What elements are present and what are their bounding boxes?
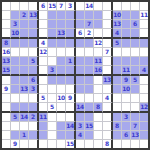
- cell-r3c10[interactable]: [94, 29, 103, 39]
- cell-r2c13[interactable]: [122, 20, 131, 29]
- cell-r6c11[interactable]: [103, 57, 113, 66]
- cell-r15c4[interactable]: [39, 140, 48, 148]
- cell-r6c4[interactable]: [39, 57, 48, 66]
- cell-r4c0[interactable]: 8: [2, 39, 11, 48]
- cell-r5c14[interactable]: [131, 48, 140, 57]
- cell-r4c14[interactable]: [131, 39, 140, 48]
- cell-r0c1[interactable]: [11, 2, 20, 11]
- cell-r13c3[interactable]: [29, 122, 39, 131]
- cell-r3c11[interactable]: [103, 29, 113, 39]
- cell-r7c9[interactable]: [85, 66, 94, 76]
- cell-r9c4[interactable]: [39, 85, 48, 94]
- cell-r0c13[interactable]: [122, 2, 131, 11]
- cell-r10c8[interactable]: [76, 94, 85, 103]
- cell-r6c9[interactable]: [85, 57, 94, 66]
- cell-r11c5[interactable]: 5: [48, 103, 57, 113]
- cell-r3c8[interactable]: 6: [76, 29, 85, 39]
- cell-r3c0[interactable]: [2, 29, 11, 39]
- cell-r14c5[interactable]: [48, 131, 57, 140]
- cell-r2c7[interactable]: [66, 20, 76, 29]
- cell-r9c1[interactable]: [11, 85, 20, 94]
- cell-r6c14[interactable]: [131, 57, 140, 66]
- cell-r9c9[interactable]: [85, 85, 94, 94]
- cell-r11c2[interactable]: [20, 103, 29, 113]
- cell-r0c10[interactable]: [94, 2, 103, 11]
- cell-r10c2[interactable]: [20, 94, 29, 103]
- cell-r7c5[interactable]: 3: [48, 66, 57, 76]
- cell-r12c7[interactable]: [66, 113, 76, 122]
- cell-r0c12[interactable]: [113, 2, 122, 11]
- cell-r2c11[interactable]: [103, 20, 113, 29]
- cell-r9c14[interactable]: [131, 85, 140, 94]
- cell-r9c7[interactable]: [66, 85, 76, 94]
- cell-r1c7[interactable]: [66, 11, 76, 20]
- cell-r2c12[interactable]: 13: [113, 20, 122, 29]
- cell-r15c14[interactable]: [131, 140, 140, 148]
- cell-r13c12[interactable]: 8: [113, 122, 122, 131]
- cell-r5c8[interactable]: [76, 48, 85, 57]
- cell-r8c6[interactable]: [57, 76, 66, 85]
- cell-r2c14[interactable]: 6: [131, 20, 140, 29]
- cell-r5c12[interactable]: [113, 48, 122, 57]
- cell-r4c9[interactable]: [85, 39, 94, 48]
- cell-r0c2[interactable]: [20, 2, 29, 11]
- cell-r11c0[interactable]: [2, 103, 11, 113]
- cell-r2c0[interactable]: [2, 20, 11, 29]
- cell-r4c6[interactable]: [57, 39, 66, 48]
- cell-r10c6[interactable]: 10: [57, 94, 66, 103]
- cell-r10c15[interactable]: [140, 94, 148, 103]
- cell-r9c0[interactable]: 9: [2, 85, 11, 94]
- cell-r11c8[interactable]: 14: [76, 103, 85, 113]
- cell-r10c12[interactable]: [113, 94, 122, 103]
- cell-r8c12[interactable]: [113, 76, 122, 85]
- cell-r15c10[interactable]: [94, 140, 103, 148]
- board-row-13: 1431587: [2, 122, 148, 131]
- cell-r11c12[interactable]: [113, 103, 122, 113]
- cell-r15c0[interactable]: [2, 140, 11, 148]
- cell-r6c3[interactable]: 5: [29, 57, 39, 66]
- cell-r15c5[interactable]: [48, 140, 57, 148]
- cell-r7c0[interactable]: 15: [2, 66, 11, 76]
- cell-r14c0[interactable]: [2, 131, 11, 140]
- cell-r9c6[interactable]: [57, 85, 66, 94]
- cell-r7c4[interactable]: [39, 66, 48, 76]
- cell-r8c14[interactable]: 5: [131, 76, 140, 85]
- cell-r7c6[interactable]: [57, 66, 66, 76]
- cell-r1c8[interactable]: [76, 11, 85, 20]
- cell-r6c5[interactable]: [48, 57, 57, 66]
- cell-r7c15[interactable]: 4: [140, 66, 148, 76]
- cell-r13c9[interactable]: 15: [85, 122, 94, 131]
- cell-r6c15[interactable]: [140, 57, 148, 66]
- cell-r7c3[interactable]: [29, 66, 39, 76]
- cell-r8c3[interactable]: 6: [29, 76, 39, 85]
- cell-r14c14[interactable]: 13: [131, 131, 140, 140]
- board-row-10: 51094: [2, 94, 148, 103]
- cell-r15c6[interactable]: [57, 140, 66, 148]
- cell-r15c1[interactable]: 9: [11, 140, 20, 148]
- cell-r4c3[interactable]: [29, 39, 39, 48]
- cell-r6c1[interactable]: [11, 57, 20, 66]
- board-row-5: 16127: [2, 48, 148, 57]
- cell-r14c6[interactable]: [57, 131, 66, 140]
- cell-r5c13[interactable]: [122, 48, 131, 57]
- cell-r12c3[interactable]: 2: [29, 113, 39, 122]
- cell-r10c14[interactable]: [131, 94, 140, 103]
- cell-r13c1[interactable]: [11, 122, 20, 131]
- cell-r12c6[interactable]: [57, 113, 66, 122]
- cell-r11c3[interactable]: [29, 103, 39, 113]
- cell-r4c7[interactable]: [66, 39, 76, 48]
- cell-r1c2[interactable]: 2: [20, 11, 29, 20]
- board-row-11: 514812: [2, 103, 148, 113]
- cell-r2c3[interactable]: [29, 20, 39, 29]
- cell-r3c15[interactable]: [140, 29, 148, 39]
- cell-r10c10[interactable]: [94, 94, 103, 103]
- cell-r15c8[interactable]: [76, 140, 85, 148]
- cell-r7c12[interactable]: [113, 66, 122, 76]
- cell-r4c10[interactable]: 12: [94, 39, 103, 48]
- cell-r1c13[interactable]: [122, 11, 131, 20]
- cell-r12c8[interactable]: [76, 113, 85, 122]
- cell-r4c5[interactable]: [48, 39, 57, 48]
- cell-r6c13[interactable]: [122, 57, 131, 66]
- cell-r7c8[interactable]: [76, 66, 85, 76]
- cell-r5c11[interactable]: 7: [103, 48, 113, 57]
- cell-r5c2[interactable]: [20, 48, 29, 57]
- cell-r11c9[interactable]: [85, 103, 94, 113]
- cell-r3c6[interactable]: 13: [57, 29, 66, 39]
- cell-r4c15[interactable]: [140, 39, 148, 48]
- board-row-4: 84125: [2, 39, 148, 48]
- cell-r14c15[interactable]: [140, 131, 148, 140]
- cell-r0c6[interactable]: 7: [57, 2, 66, 11]
- cell-r13c11[interactable]: [103, 122, 113, 131]
- cell-r2c2[interactable]: [20, 20, 29, 29]
- cell-r14c4[interactable]: [39, 131, 48, 140]
- cell-r3c5[interactable]: [48, 29, 57, 39]
- cell-r5c5[interactable]: [48, 48, 57, 57]
- cell-r4c2[interactable]: [20, 39, 29, 48]
- cell-r4c8[interactable]: [76, 39, 85, 48]
- cell-r9c13[interactable]: 10: [122, 85, 131, 94]
- cell-r11c4[interactable]: [39, 103, 48, 113]
- cell-r8c4[interactable]: [39, 76, 48, 85]
- cell-r12c15[interactable]: [140, 113, 148, 122]
- cell-r6c10[interactable]: 11: [94, 57, 103, 66]
- cell-r6c6[interactable]: [57, 57, 66, 66]
- cell-r2c5[interactable]: [48, 20, 57, 29]
- cell-r9c11[interactable]: [103, 85, 113, 94]
- cell-r14c11[interactable]: [103, 131, 113, 140]
- cell-r6c2[interactable]: [20, 57, 29, 66]
- board-row-2: 37136: [2, 20, 148, 29]
- cell-r12c11[interactable]: [103, 113, 113, 122]
- cell-r11c10[interactable]: 8: [94, 103, 103, 113]
- cell-r0c7[interactable]: 3: [66, 2, 76, 11]
- cell-r5c7[interactable]: [66, 48, 76, 57]
- cell-r1c10[interactable]: [94, 11, 103, 20]
- cell-r12c2[interactable]: 14: [20, 113, 29, 122]
- cell-r9c15[interactable]: [140, 85, 148, 94]
- cell-r8c9[interactable]: [85, 76, 94, 85]
- cell-r4c11[interactable]: [103, 39, 113, 48]
- cell-r1c5[interactable]: [48, 11, 57, 20]
- cell-r12c4[interactable]: 11: [39, 113, 48, 122]
- cell-r9c5[interactable]: [48, 85, 57, 94]
- cell-r7c14[interactable]: [131, 66, 140, 76]
- cell-r13c14[interactable]: 7: [131, 122, 140, 131]
- cell-r10c1[interactable]: [11, 94, 20, 103]
- cell-r5c9[interactable]: [85, 48, 94, 57]
- board-row-15: 9158: [2, 140, 148, 148]
- cell-r14c12[interactable]: [113, 131, 122, 140]
- cell-r13c4[interactable]: [39, 122, 48, 131]
- cell-r6c12[interactable]: [113, 57, 122, 66]
- cell-r5c0[interactable]: 16: [2, 48, 11, 57]
- cell-r8c10[interactable]: [94, 76, 103, 85]
- cell-r2c10[interactable]: [94, 20, 103, 29]
- board-row-6: 135111: [2, 57, 148, 66]
- cell-r1c11[interactable]: [103, 11, 113, 20]
- cell-r7c13[interactable]: 11: [122, 66, 131, 76]
- cell-r11c7[interactable]: [66, 103, 76, 113]
- cell-r3c14[interactable]: [131, 29, 140, 39]
- cell-r3c2[interactable]: [20, 29, 29, 39]
- cell-r9c8[interactable]: [76, 85, 85, 94]
- cell-r0c0[interactable]: [2, 2, 11, 11]
- cell-r10c11[interactable]: 4: [103, 94, 113, 103]
- cell-r14c13[interactable]: 6: [122, 131, 131, 140]
- cell-r12c0[interactable]: [2, 113, 11, 122]
- cell-r5c1[interactable]: [11, 48, 20, 57]
- cell-r11c11[interactable]: [103, 103, 113, 113]
- cell-r9c3[interactable]: 3: [29, 85, 39, 94]
- cell-r4c12[interactable]: 5: [113, 39, 122, 48]
- cell-r13c8[interactable]: 3: [76, 122, 85, 131]
- cell-r7c10[interactable]: 16: [94, 66, 103, 76]
- cell-r8c15[interactable]: [140, 76, 148, 85]
- cell-r15c15[interactable]: [140, 140, 148, 148]
- cell-r6c0[interactable]: 13: [2, 57, 11, 66]
- cell-r11c14[interactable]: [131, 103, 140, 113]
- cell-r14c8[interactable]: 4: [76, 131, 85, 140]
- cell-r13c13[interactable]: [122, 122, 131, 131]
- cell-r8c8[interactable]: [76, 76, 85, 85]
- cell-r2c8[interactable]: [76, 20, 85, 29]
- cell-r5c10[interactable]: [94, 48, 103, 57]
- cell-r1c6[interactable]: [57, 11, 66, 20]
- board-row-7: 15316114: [2, 66, 148, 76]
- cell-r8c1[interactable]: [11, 76, 20, 85]
- cell-r8c5[interactable]: [48, 76, 57, 85]
- cell-r2c6[interactable]: [57, 20, 66, 29]
- cell-r7c2[interactable]: [20, 66, 29, 76]
- board-row-12: 5142113: [2, 113, 148, 122]
- board-row-9: 913310: [2, 85, 148, 94]
- cell-r12c5[interactable]: [48, 113, 57, 122]
- cell-r10c13[interactable]: [122, 94, 131, 103]
- cell-r0c14[interactable]: [131, 2, 140, 11]
- cell-r7c1[interactable]: [11, 66, 20, 76]
- cell-r12c10[interactable]: [94, 113, 103, 122]
- cell-r1c4[interactable]: [39, 11, 48, 20]
- cell-r13c0[interactable]: [2, 122, 11, 131]
- cell-r3c7[interactable]: [66, 29, 76, 39]
- cell-r10c4[interactable]: 5: [39, 94, 48, 103]
- board-row-3: 1013624: [2, 29, 148, 39]
- cell-r15c3[interactable]: [29, 140, 39, 148]
- cell-r14c1[interactable]: [11, 131, 20, 140]
- cell-r13c10[interactable]: [94, 122, 103, 131]
- cell-r1c1[interactable]: [11, 11, 20, 20]
- cell-r3c1[interactable]: 10: [11, 29, 20, 39]
- cell-r9c12[interactable]: [113, 85, 122, 94]
- cell-r0c5[interactable]: 15: [48, 2, 57, 11]
- cell-r15c12[interactable]: [113, 140, 122, 148]
- cell-r3c9[interactable]: 2: [85, 29, 94, 39]
- cell-r2c9[interactable]: 7: [85, 20, 94, 29]
- cell-r8c0[interactable]: [2, 76, 11, 85]
- cell-r0c11[interactable]: [103, 2, 113, 11]
- board-row-8: 61395: [2, 76, 148, 85]
- cell-r0c3[interactable]: [29, 2, 39, 11]
- cell-r13c15[interactable]: [140, 122, 148, 131]
- cell-r8c7[interactable]: [66, 76, 76, 85]
- cell-r9c2[interactable]: 13: [20, 85, 29, 94]
- cell-r5c3[interactable]: [29, 48, 39, 57]
- cell-r10c5[interactable]: [48, 94, 57, 103]
- cell-r2c15[interactable]: [140, 20, 148, 29]
- cell-r8c13[interactable]: 9: [122, 76, 131, 85]
- cell-r5c6[interactable]: [57, 48, 66, 57]
- cell-r3c13[interactable]: [122, 29, 131, 39]
- board-row-1: 2131011: [2, 11, 148, 20]
- cell-r10c9[interactable]: [85, 94, 94, 103]
- cell-r14c3[interactable]: [29, 131, 39, 140]
- cell-r7c7[interactable]: [66, 66, 76, 76]
- cell-r14c10[interactable]: [94, 131, 103, 140]
- cell-r14c7[interactable]: [66, 131, 76, 140]
- cell-r15c7[interactable]: 15: [66, 140, 76, 148]
- cell-r1c3[interactable]: 13: [29, 11, 39, 20]
- cell-r6c7[interactable]: 1: [66, 57, 76, 66]
- cell-r10c0[interactable]: [2, 94, 11, 103]
- cell-r11c6[interactable]: [57, 103, 66, 113]
- cell-r12c12[interactable]: [113, 113, 122, 122]
- cell-r13c2[interactable]: [20, 122, 29, 131]
- board-row-0: 6157314: [2, 2, 148, 11]
- cell-r1c15[interactable]: 11: [140, 11, 148, 20]
- sudoku-board: 6157314213101137136101362484125161271351…: [0, 0, 150, 150]
- cell-r10c7[interactable]: 9: [66, 94, 76, 103]
- cell-r14c2[interactable]: 1: [20, 131, 29, 140]
- cell-r12c1[interactable]: 5: [11, 113, 20, 122]
- cell-r5c4[interactable]: 12: [39, 48, 48, 57]
- cell-r10c3[interactable]: [29, 94, 39, 103]
- cell-r15c9[interactable]: [85, 140, 94, 148]
- cell-r0c8[interactable]: [76, 2, 85, 11]
- cell-r11c15[interactable]: 12: [140, 103, 148, 113]
- cell-r0c15[interactable]: [140, 2, 148, 11]
- cell-r15c13[interactable]: [122, 140, 131, 148]
- cell-r1c14[interactable]: [131, 11, 140, 20]
- cell-r1c0[interactable]: [2, 11, 11, 20]
- cell-r12c14[interactable]: [131, 113, 140, 122]
- cell-r4c1[interactable]: [11, 39, 20, 48]
- cell-r14c9[interactable]: [85, 131, 94, 140]
- cell-r3c12[interactable]: 4: [113, 29, 122, 39]
- cell-r3c4[interactable]: [39, 29, 48, 39]
- cell-r11c1[interactable]: [11, 103, 20, 113]
- cell-r1c9[interactable]: [85, 11, 94, 20]
- cell-r5c15[interactable]: [140, 48, 148, 57]
- cell-r6c8[interactable]: [76, 57, 85, 66]
- cell-r13c5[interactable]: [48, 122, 57, 131]
- cell-r11c13[interactable]: [122, 103, 131, 113]
- cell-r13c7[interactable]: 14: [66, 122, 76, 131]
- cell-r13c6[interactable]: [57, 122, 66, 131]
- cell-r15c11[interactable]: 8: [103, 140, 113, 148]
- cell-r2c4[interactable]: [39, 20, 48, 29]
- cell-r7c11[interactable]: [103, 66, 113, 76]
- cell-r15c2[interactable]: [20, 140, 29, 148]
- cell-r4c4[interactable]: 4: [39, 39, 48, 48]
- cell-r1c12[interactable]: 10: [113, 11, 122, 20]
- cell-r8c2[interactable]: [20, 76, 29, 85]
- cell-r2c1[interactable]: 3: [11, 20, 20, 29]
- board-row-14: 14613: [2, 131, 148, 140]
- cell-r3c3[interactable]: [29, 29, 39, 39]
- cell-r0c9[interactable]: 14: [85, 2, 94, 11]
- cell-r12c13[interactable]: 3: [122, 113, 131, 122]
- cell-r12c9[interactable]: [85, 113, 94, 122]
- cell-r4c13[interactable]: [122, 39, 131, 48]
- cell-r0c4[interactable]: 6: [39, 2, 48, 11]
- cell-r8c11[interactable]: 13: [103, 76, 113, 85]
- cell-r9c10[interactable]: [94, 85, 103, 94]
